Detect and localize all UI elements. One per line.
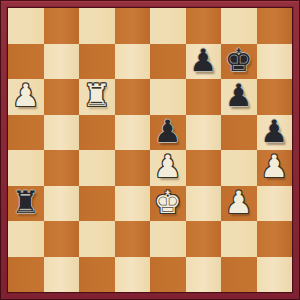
square-g2[interactable] (221, 221, 257, 257)
square-h2[interactable] (257, 221, 293, 257)
square-e2[interactable] (150, 221, 186, 257)
square-g6[interactable]: ♟ (221, 79, 257, 115)
square-c7[interactable] (79, 44, 115, 80)
square-a8[interactable] (8, 8, 44, 44)
board-frame: ♟♚♟♜♟♟♟♟♟♜♚♟ (0, 0, 300, 300)
square-e4[interactable]: ♟ (150, 150, 186, 186)
square-h8[interactable] (257, 8, 293, 44)
square-d6[interactable] (115, 79, 151, 115)
square-e3[interactable]: ♚ (150, 186, 186, 222)
square-h4[interactable]: ♟ (257, 150, 293, 186)
square-a1[interactable] (8, 257, 44, 293)
square-c8[interactable] (79, 8, 115, 44)
square-g5[interactable] (221, 115, 257, 151)
square-f1[interactable] (186, 257, 222, 293)
square-b1[interactable] (44, 257, 80, 293)
square-f4[interactable] (186, 150, 222, 186)
piece-white-king[interactable]: ♚ (154, 187, 182, 218)
square-f8[interactable] (186, 8, 222, 44)
square-f2[interactable] (186, 221, 222, 257)
square-b5[interactable] (44, 115, 80, 151)
square-c6[interactable]: ♜ (79, 79, 115, 115)
square-h6[interactable] (257, 79, 293, 115)
chess-board: ♟♚♟♜♟♟♟♟♟♜♚♟ (8, 8, 292, 292)
square-b2[interactable] (44, 221, 80, 257)
square-e7[interactable] (150, 44, 186, 80)
square-d8[interactable] (115, 8, 151, 44)
square-a6[interactable]: ♟ (8, 79, 44, 115)
piece-white-rook[interactable]: ♜ (83, 80, 111, 111)
square-e6[interactable] (150, 79, 186, 115)
square-f6[interactable] (186, 79, 222, 115)
square-a7[interactable] (8, 44, 44, 80)
piece-white-pawn[interactable]: ♟ (225, 187, 253, 218)
square-g7[interactable]: ♚ (221, 44, 257, 80)
square-c3[interactable] (79, 186, 115, 222)
square-a2[interactable] (8, 221, 44, 257)
square-c5[interactable] (79, 115, 115, 151)
square-c4[interactable] (79, 150, 115, 186)
square-c2[interactable] (79, 221, 115, 257)
square-d5[interactable] (115, 115, 151, 151)
square-d4[interactable] (115, 150, 151, 186)
square-g4[interactable] (221, 150, 257, 186)
piece-white-pawn[interactable]: ♟ (12, 80, 40, 111)
square-f3[interactable] (186, 186, 222, 222)
square-c1[interactable] (79, 257, 115, 293)
square-a3[interactable]: ♜ (8, 186, 44, 222)
square-f5[interactable] (186, 115, 222, 151)
square-e1[interactable] (150, 257, 186, 293)
square-b6[interactable] (44, 79, 80, 115)
square-b7[interactable] (44, 44, 80, 80)
piece-black-pawn[interactable]: ♟ (189, 45, 217, 76)
piece-black-pawn[interactable]: ♟ (154, 116, 182, 147)
piece-black-rook[interactable]: ♜ (12, 187, 40, 218)
square-g3[interactable]: ♟ (221, 186, 257, 222)
square-e5[interactable]: ♟ (150, 115, 186, 151)
square-a5[interactable] (8, 115, 44, 151)
square-g1[interactable] (221, 257, 257, 293)
square-h3[interactable] (257, 186, 293, 222)
square-d1[interactable] (115, 257, 151, 293)
piece-black-pawn[interactable]: ♟ (260, 116, 288, 147)
square-h1[interactable] (257, 257, 293, 293)
square-d3[interactable] (115, 186, 151, 222)
piece-black-pawn[interactable]: ♟ (225, 80, 253, 111)
piece-white-pawn[interactable]: ♟ (260, 151, 288, 182)
square-g8[interactable] (221, 8, 257, 44)
square-b3[interactable] (44, 186, 80, 222)
square-a4[interactable] (8, 150, 44, 186)
square-b4[interactable] (44, 150, 80, 186)
square-d7[interactable] (115, 44, 151, 80)
square-h7[interactable] (257, 44, 293, 80)
square-h5[interactable]: ♟ (257, 115, 293, 151)
square-f7[interactable]: ♟ (186, 44, 222, 80)
piece-white-pawn[interactable]: ♟ (154, 151, 182, 182)
square-b8[interactable] (44, 8, 80, 44)
square-e8[interactable] (150, 8, 186, 44)
piece-black-king[interactable]: ♚ (225, 45, 253, 76)
square-d2[interactable] (115, 221, 151, 257)
